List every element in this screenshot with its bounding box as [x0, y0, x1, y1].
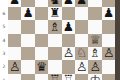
square-b7: [21, 0, 34, 7]
square-b1: [21, 74, 34, 80]
square-e3: ♙: [62, 47, 75, 60]
piece-white-knight-icon: ♘: [76, 47, 87, 60]
square-b6: ♟: [21, 7, 34, 20]
piece-white-pawn-icon: ♙: [103, 47, 114, 60]
piece-black-pawn-icon: ♟: [63, 0, 74, 6]
piece-black-queen-icon: ♛: [36, 61, 47, 74]
square-f1: [75, 74, 88, 80]
square-g5: [88, 20, 101, 33]
piece-black-rook-icon: ♜: [49, 7, 60, 20]
square-d5: ♗: [48, 20, 61, 33]
square-f5: [75, 20, 88, 33]
piece-white-pawn-icon: ♙: [89, 61, 100, 74]
square-d6: ♜: [48, 7, 61, 20]
piece-white-rook-icon: ♖: [49, 74, 60, 80]
square-e5: ♟: [62, 20, 75, 33]
square-h7: [102, 0, 115, 7]
square-d1: ♖: [48, 74, 61, 80]
square-c2: ♛: [35, 60, 48, 73]
square-a2: ♙: [8, 60, 21, 73]
square-d3: [48, 47, 61, 60]
piece-black-pawn-icon: ♟: [76, 0, 87, 6]
piece-white-pawn-icon: ♙: [76, 61, 87, 74]
rank-label-5: 5: [0, 20, 8, 33]
square-b3: [21, 47, 34, 60]
square-a4: [8, 34, 21, 47]
square-d7: ♞: [48, 0, 61, 7]
rank-label-2: 2: [0, 60, 8, 73]
square-g1: ♔: [88, 74, 101, 80]
piece-white-queen-icon: ♕: [89, 34, 100, 47]
square-g7: [88, 0, 101, 7]
rank-label-6: 6: [0, 7, 8, 20]
square-a5: [8, 20, 21, 33]
square-d4: [48, 34, 61, 47]
square-f6: [75, 7, 88, 20]
square-e6: [62, 7, 75, 20]
square-e4: [62, 34, 75, 47]
square-b5: [21, 20, 34, 33]
square-g6: [88, 7, 101, 20]
square-g3: ♗: [88, 47, 101, 60]
piece-white-bishop-icon: ♗: [89, 47, 100, 60]
square-a3: [8, 47, 21, 60]
square-e1: ♖: [62, 74, 75, 80]
square-h4: [102, 34, 115, 47]
square-f7: ♟: [75, 0, 88, 7]
square-e2: [62, 60, 75, 73]
square-b2: [21, 60, 34, 73]
chess-diagram: ♟♞♟♟♟♜♟♗♟♕♙♘♗♙♙♛♙♙♖♖♔ 654321: [0, 0, 120, 80]
square-h3: ♙: [102, 47, 115, 60]
square-a6: [8, 7, 21, 20]
square-c6: [35, 7, 48, 20]
square-c7: [35, 0, 48, 7]
square-c1: [35, 74, 48, 80]
piece-white-king-icon: ♔: [89, 74, 100, 80]
piece-white-bishop-icon: ♗: [49, 21, 60, 34]
rank-label-4: 4: [0, 34, 8, 47]
rank-label-1: 1: [0, 74, 8, 80]
square-h2: [102, 60, 115, 73]
piece-white-rook-icon: ♖: [63, 74, 74, 80]
piece-white-pawn-icon: ♙: [9, 61, 20, 74]
square-c5: [35, 20, 48, 33]
square-f4: [75, 34, 88, 47]
square-c3: [35, 47, 48, 60]
square-a7: ♟: [8, 0, 21, 7]
square-f2: ♙: [75, 60, 88, 73]
square-e7: ♟: [62, 0, 75, 7]
square-h1: [102, 74, 115, 80]
square-g4: ♕: [88, 34, 101, 47]
square-g2: ♙: [88, 60, 101, 73]
piece-black-pawn-icon: ♟: [9, 0, 20, 6]
square-b4: [21, 34, 34, 47]
piece-black-pawn-icon: ♟: [63, 21, 74, 34]
piece-black-pawn-icon: ♟: [103, 7, 114, 20]
board-right-border: [115, 0, 120, 80]
piece-white-pawn-icon: ♙: [63, 47, 74, 60]
chess-board: ♟♞♟♟♟♜♟♗♟♕♙♘♗♙♙♛♙♙♖♖♔: [8, 0, 115, 80]
piece-black-knight-icon: ♞: [49, 0, 60, 6]
square-d2: [48, 60, 61, 73]
square-f3: ♘: [75, 47, 88, 60]
square-a1: [8, 74, 21, 80]
square-c4: [35, 34, 48, 47]
piece-black-pawn-icon: ♟: [22, 7, 33, 20]
square-h5: [102, 20, 115, 33]
square-h6: ♟: [102, 7, 115, 20]
rank-label-3: 3: [0, 47, 8, 60]
